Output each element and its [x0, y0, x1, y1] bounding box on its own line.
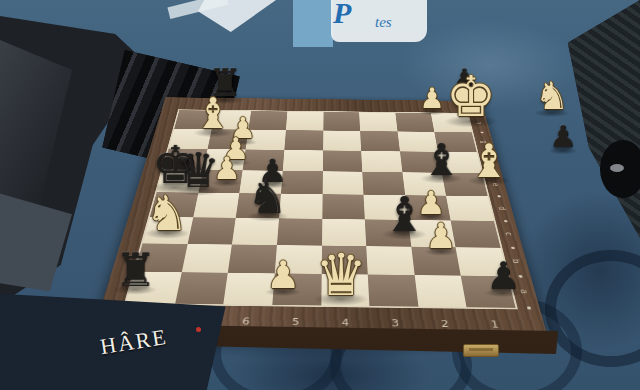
square-c7[interactable] — [187, 217, 236, 244]
square-h4[interactable] — [323, 112, 360, 131]
piece-black-bishop-c3[interactable]: ♝ — [382, 190, 425, 238]
square-h5[interactable] — [286, 112, 323, 131]
piece-black-rook-a8[interactable]: ♜ — [114, 247, 155, 293]
rank-label-6: 6 — [237, 316, 254, 327]
square-f5[interactable] — [283, 150, 323, 172]
square-h3[interactable] — [359, 112, 397, 131]
square-e5[interactable] — [281, 171, 323, 194]
piece-white-bishop-f8[interactable]: ♝ — [194, 93, 232, 135]
rank-label-5: 5 — [287, 316, 303, 327]
file-label-d: d — [496, 205, 507, 212]
glossy-black-object — [600, 140, 640, 198]
file-label-c: c — [503, 230, 514, 237]
brass-clasp — [463, 344, 499, 357]
banner-letter: P — [333, 0, 351, 30]
rank-label-4: 4 — [338, 317, 354, 328]
captured-white-knight[interactable]: ♞ — [535, 77, 569, 115]
square-a2[interactable] — [414, 275, 466, 307]
photo-scene: P tes 87654321abcdefgh HÂRE ♟♜♟♞♚♝♟♟♟♝♝♟… — [0, 0, 640, 390]
banner-triangle — [198, 0, 276, 32]
bag-logo-text: HÂRE — [98, 324, 169, 360]
frame-inlay-dot — [527, 306, 532, 309]
square-f3[interactable] — [361, 151, 402, 173]
piece-white-pawn-a5[interactable]: ♟ — [266, 256, 300, 294]
rank-label-2: 2 — [436, 318, 453, 329]
banner-blue-band — [293, 0, 333, 47]
captured-black-pawn[interactable]: ♟ — [550, 122, 577, 152]
square-g5[interactable] — [284, 130, 323, 150]
piece-white-pawn-g2[interactable]: ♟ — [419, 85, 444, 113]
banner-logo-card: P tes — [331, 0, 427, 42]
square-a3[interactable] — [368, 275, 418, 307]
square-c1[interactable] — [451, 220, 501, 247]
rank-label-1: 1 — [486, 319, 504, 330]
piece-black-bishop-e2[interactable]: ♝ — [421, 138, 460, 182]
square-d4[interactable] — [322, 194, 365, 219]
carpet-ring — [545, 250, 640, 367]
piece-white-king-g1[interactable]: ♚ — [446, 69, 496, 125]
bag-logo-dot — [196, 327, 201, 332]
square-e4[interactable] — [322, 171, 363, 194]
piece-white-pawn-c2[interactable]: ♟ — [425, 219, 456, 254]
piece-white-knight-c8[interactable]: ♞ — [145, 189, 188, 237]
frame-inlay-dot — [497, 195, 501, 197]
square-g3[interactable] — [360, 131, 400, 151]
rank-label-3: 3 — [387, 318, 404, 329]
square-b3[interactable] — [366, 246, 414, 275]
square-h2[interactable] — [395, 113, 434, 132]
banner-script-text: tes — [375, 14, 392, 31]
square-g4[interactable] — [323, 130, 361, 150]
square-b7[interactable] — [181, 244, 232, 273]
square-f4[interactable] — [322, 150, 362, 172]
piece-black-pawn-a2[interactable]: ♟ — [486, 257, 520, 295]
frame-inlay-dot — [511, 246, 515, 249]
frame-inlay-dot — [504, 220, 508, 222]
piece-white-bishop-f1[interactable]: ♝ — [468, 138, 509, 184]
piece-white-queen-a4[interactable]: ♛ — [315, 246, 367, 304]
square-a7[interactable] — [175, 272, 228, 304]
piece-black-knight-c6[interactable]: ♞ — [247, 176, 286, 220]
